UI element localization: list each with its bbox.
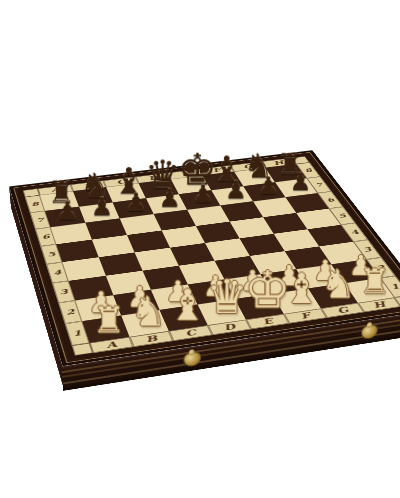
white-bishop-piece[interactable]: ♝ <box>168 284 208 326</box>
white-king-piece[interactable]: ♚ <box>244 264 283 316</box>
white-knight-piece[interactable]: ♞ <box>128 292 168 332</box>
white-rook-piece[interactable]: ♜ <box>89 302 130 338</box>
square-e6[interactable] <box>187 206 230 226</box>
product-photo: ABCDEFGH 87654321 ♜♞♝♛♚♝♞♜♟♟♟♟♟♟♟♟♟♟♟♟♟♟… <box>0 0 400 498</box>
black-pawn-piece[interactable]: ♟ <box>186 182 220 207</box>
chess-board: ABCDEFGH 87654321 ♜♞♝♛♚♝♞♜♟♟♟♟♟♟♟♟♟♟♟♟♟♟… <box>9 150 400 366</box>
black-pawn-piece[interactable]: ♟ <box>50 198 85 223</box>
brass-latch-right <box>361 324 378 340</box>
white-knight-piece[interactable]: ♞ <box>319 265 358 304</box>
black-pawn-piece[interactable]: ♟ <box>219 178 253 203</box>
white-queen-piece[interactable]: ♛ <box>206 274 246 320</box>
black-pawn-piece[interactable]: ♟ <box>252 174 286 198</box>
white-rook-piece[interactable]: ♜ <box>356 264 395 298</box>
black-pawn-piece[interactable]: ♟ <box>119 190 154 215</box>
square-a1[interactable]: ♜ <box>82 316 129 343</box>
black-pawn-piece[interactable]: ♟ <box>85 194 120 219</box>
brass-latch-left <box>183 351 201 368</box>
black-pawn-piece[interactable]: ♟ <box>153 186 187 211</box>
black-pawn-piece[interactable]: ♟ <box>284 170 318 194</box>
board-grid: ♜♞♝♛♚♝♞♜♟♟♟♟♟♟♟♟♟♟♟♟♟♟♟♟♜♞♝♛♚♝♞♜ <box>40 164 394 343</box>
